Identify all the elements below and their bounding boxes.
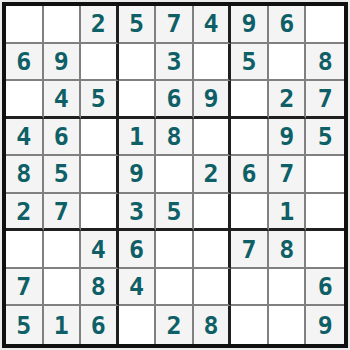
cell-r3c2[interactable]: 4 (44, 81, 82, 119)
cell-r5c4[interactable]: 9 (119, 156, 157, 194)
cell-r2c9[interactable]: 8 (306, 44, 344, 82)
cell-r4c8[interactable]: 9 (269, 119, 307, 157)
cell-r3c1[interactable] (6, 81, 44, 119)
cell-r3c7[interactable] (231, 81, 269, 119)
cell-r6c8[interactable]: 1 (269, 194, 307, 232)
cell-r4c3[interactable] (81, 119, 119, 157)
cell-r6c7[interactable] (231, 194, 269, 232)
cell-r9c7[interactable] (231, 306, 269, 344)
cell-r8c8[interactable] (269, 269, 307, 307)
cell-r7c7[interactable]: 7 (231, 231, 269, 269)
cell-r8c4[interactable]: 4 (119, 269, 157, 307)
cell-r3c9[interactable]: 7 (306, 81, 344, 119)
cell-r3c6[interactable]: 9 (194, 81, 232, 119)
cell-r7c5[interactable] (156, 231, 194, 269)
cell-r6c3[interactable] (81, 194, 119, 232)
cell-r4c1[interactable]: 4 (6, 119, 44, 157)
cell-r4c4[interactable]: 1 (119, 119, 157, 157)
cell-r6c4[interactable]: 3 (119, 194, 157, 232)
cell-r1c7[interactable]: 9 (231, 6, 269, 44)
cell-r5c6[interactable]: 2 (194, 156, 232, 194)
cell-r3c3[interactable]: 5 (81, 81, 119, 119)
cell-r7c9[interactable] (306, 231, 344, 269)
cell-r7c6[interactable] (194, 231, 232, 269)
cell-r1c2[interactable] (44, 6, 82, 44)
cell-r2c4[interactable] (119, 44, 157, 82)
cell-r7c8[interactable]: 8 (269, 231, 307, 269)
cell-r7c1[interactable] (6, 231, 44, 269)
cell-r2c7[interactable]: 5 (231, 44, 269, 82)
cell-r6c1[interactable]: 2 (6, 194, 44, 232)
cell-r2c1[interactable]: 6 (6, 44, 44, 82)
cell-r4c2[interactable]: 6 (44, 119, 82, 157)
cell-r8c3[interactable]: 8 (81, 269, 119, 307)
cell-r8c7[interactable] (231, 269, 269, 307)
cell-r6c9[interactable] (306, 194, 344, 232)
cell-r9c8[interactable] (269, 306, 307, 344)
cell-r1c8[interactable]: 6 (269, 6, 307, 44)
cell-r3c4[interactable] (119, 81, 157, 119)
cell-r5c1[interactable]: 8 (6, 156, 44, 194)
cell-r7c2[interactable] (44, 231, 82, 269)
cell-r2c3[interactable] (81, 44, 119, 82)
cell-r5c5[interactable] (156, 156, 194, 194)
cell-r8c6[interactable] (194, 269, 232, 307)
cell-r8c2[interactable] (44, 269, 82, 307)
cell-r9c9[interactable]: 9 (306, 306, 344, 344)
cell-r8c9[interactable]: 6 (306, 269, 344, 307)
cell-r5c2[interactable]: 5 (44, 156, 82, 194)
cell-r1c9[interactable] (306, 6, 344, 44)
cell-r9c2[interactable]: 1 (44, 306, 82, 344)
cell-r4c7[interactable] (231, 119, 269, 157)
cell-r4c9[interactable]: 5 (306, 119, 344, 157)
cell-r8c5[interactable] (156, 269, 194, 307)
cell-r3c8[interactable]: 2 (269, 81, 307, 119)
cell-r9c4[interactable] (119, 306, 157, 344)
cell-r2c8[interactable] (269, 44, 307, 82)
cell-r5c3[interactable] (81, 156, 119, 194)
cell-r3c5[interactable]: 6 (156, 81, 194, 119)
cell-r5c9[interactable] (306, 156, 344, 194)
cell-r9c3[interactable]: 6 (81, 306, 119, 344)
cell-r9c5[interactable]: 2 (156, 306, 194, 344)
cell-r1c3[interactable]: 2 (81, 6, 119, 44)
cell-r4c6[interactable] (194, 119, 232, 157)
cell-r4c5[interactable]: 8 (156, 119, 194, 157)
cell-r5c8[interactable]: 7 (269, 156, 307, 194)
cell-r9c6[interactable]: 8 (194, 306, 232, 344)
sudoku-board: 2574966935845692746189585926727351467878… (2, 2, 348, 348)
cell-r7c4[interactable]: 6 (119, 231, 157, 269)
cell-r7c3[interactable]: 4 (81, 231, 119, 269)
cell-r9c1[interactable]: 5 (6, 306, 44, 344)
cell-r5c7[interactable]: 6 (231, 156, 269, 194)
cell-r1c4[interactable]: 5 (119, 6, 157, 44)
cell-r2c2[interactable]: 9 (44, 44, 82, 82)
cell-r6c5[interactable]: 5 (156, 194, 194, 232)
cell-r8c1[interactable]: 7 (6, 269, 44, 307)
cell-r1c6[interactable]: 4 (194, 6, 232, 44)
cell-r6c6[interactable] (194, 194, 232, 232)
cell-r6c2[interactable]: 7 (44, 194, 82, 232)
cell-r1c1[interactable] (6, 6, 44, 44)
cell-r2c6[interactable] (194, 44, 232, 82)
cell-r1c5[interactable]: 7 (156, 6, 194, 44)
cell-r2c5[interactable]: 3 (156, 44, 194, 82)
